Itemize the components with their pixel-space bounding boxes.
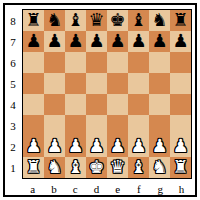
square-g1[interactable]: ♞ — [149, 157, 170, 178]
white-king-piece: ♚ — [88, 157, 104, 177]
square-e2[interactable]: ♟ — [107, 136, 128, 157]
rank-label-1: 1 — [5, 157, 21, 178]
white-pawn-piece: ♟ — [172, 136, 188, 156]
square-h6[interactable] — [170, 52, 191, 73]
file-labels: a b c d e f g h — [22, 181, 192, 196]
square-h5[interactable] — [170, 73, 191, 94]
square-a2[interactable]: ♟ — [23, 136, 44, 157]
black-pawn-piece: ♟ — [109, 31, 125, 51]
square-c6[interactable] — [65, 52, 86, 73]
white-knight-piece: ♞ — [46, 157, 62, 177]
board: ♜♞♝♛♚♝♞♜♟♟♟♟♟♟♟♟♟♟♟♟♟♟♟♟♜♞♝♚♛♝♞♜ — [22, 9, 192, 179]
square-e8[interactable]: ♚ — [107, 10, 128, 31]
rank-label-4: 4 — [5, 94, 21, 115]
black-pawn-piece: ♟ — [46, 31, 62, 51]
rank-label-8: 8 — [5, 10, 21, 31]
white-pawn-piece: ♟ — [109, 136, 125, 156]
square-g7[interactable]: ♟ — [149, 31, 170, 52]
square-b3[interactable] — [44, 115, 65, 136]
square-a3[interactable] — [23, 115, 44, 136]
file-label-f: f — [128, 181, 149, 196]
square-a7[interactable]: ♟ — [23, 31, 44, 52]
square-a6[interactable] — [23, 52, 44, 73]
white-pawn-piece: ♟ — [67, 136, 83, 156]
white-queen-piece: ♛ — [109, 157, 125, 177]
square-g5[interactable] — [149, 73, 170, 94]
square-d5[interactable] — [86, 73, 107, 94]
rank-label-6: 6 — [5, 52, 21, 73]
square-c4[interactable] — [65, 94, 86, 115]
square-f7[interactable]: ♟ — [128, 31, 149, 52]
black-rook-piece: ♜ — [172, 10, 188, 30]
square-f1[interactable]: ♝ — [128, 157, 149, 178]
square-a1[interactable]: ♜ — [23, 157, 44, 178]
square-a5[interactable] — [23, 73, 44, 94]
file-label-h: h — [171, 181, 192, 196]
black-queen-piece: ♛ — [88, 10, 104, 30]
file-label-d: d — [86, 181, 107, 196]
white-bishop-piece: ♝ — [67, 157, 83, 177]
square-h1[interactable]: ♜ — [170, 157, 191, 178]
square-c1[interactable]: ♝ — [65, 157, 86, 178]
square-e3[interactable] — [107, 115, 128, 136]
square-b1[interactable]: ♞ — [44, 157, 65, 178]
black-pawn-piece: ♟ — [151, 31, 167, 51]
square-b8[interactable]: ♞ — [44, 10, 65, 31]
rank-label-2: 2 — [5, 136, 21, 157]
square-h7[interactable]: ♟ — [170, 31, 191, 52]
square-d1[interactable]: ♚ — [86, 157, 107, 178]
square-e1[interactable]: ♛ — [107, 157, 128, 178]
square-b6[interactable] — [44, 52, 65, 73]
black-pawn-piece: ♟ — [25, 31, 41, 51]
square-c7[interactable]: ♟ — [65, 31, 86, 52]
white-rook-piece: ♜ — [25, 157, 41, 177]
square-g6[interactable] — [149, 52, 170, 73]
white-rook-piece: ♜ — [172, 157, 188, 177]
black-king-piece: ♚ — [109, 10, 125, 30]
square-h4[interactable] — [170, 94, 191, 115]
square-g8[interactable]: ♞ — [149, 10, 170, 31]
square-b5[interactable] — [44, 73, 65, 94]
white-pawn-piece: ♟ — [46, 136, 62, 156]
rank-labels: 8 7 6 5 4 3 2 1 — [5, 10, 21, 178]
black-pawn-piece: ♟ — [130, 31, 146, 51]
white-bishop-piece: ♝ — [130, 157, 146, 177]
black-pawn-piece: ♟ — [67, 31, 83, 51]
square-f4[interactable] — [128, 94, 149, 115]
square-d8[interactable]: ♛ — [86, 10, 107, 31]
white-knight-piece: ♞ — [151, 157, 167, 177]
square-b2[interactable]: ♟ — [44, 136, 65, 157]
square-f2[interactable]: ♟ — [128, 136, 149, 157]
square-c5[interactable] — [65, 73, 86, 94]
square-d4[interactable] — [86, 94, 107, 115]
black-bishop-piece: ♝ — [67, 10, 83, 30]
square-e5[interactable] — [107, 73, 128, 94]
file-label-a: a — [22, 181, 43, 196]
black-knight-piece: ♞ — [46, 10, 62, 30]
square-e6[interactable] — [107, 52, 128, 73]
square-a4[interactable] — [23, 94, 44, 115]
black-knight-piece: ♞ — [151, 10, 167, 30]
white-pawn-piece: ♟ — [88, 136, 104, 156]
square-f8[interactable]: ♝ — [128, 10, 149, 31]
square-d3[interactable] — [86, 115, 107, 136]
rank-label-5: 5 — [5, 73, 21, 94]
black-pawn-piece: ♟ — [172, 31, 188, 51]
square-h8[interactable]: ♜ — [170, 10, 191, 31]
black-bishop-piece: ♝ — [130, 10, 146, 30]
square-c3[interactable] — [65, 115, 86, 136]
square-b7[interactable]: ♟ — [44, 31, 65, 52]
square-f6[interactable] — [128, 52, 149, 73]
square-c2[interactable]: ♟ — [65, 136, 86, 157]
white-pawn-piece: ♟ — [130, 136, 146, 156]
file-label-g: g — [150, 181, 171, 196]
black-rook-piece: ♜ — [25, 10, 41, 30]
square-d2[interactable]: ♟ — [86, 136, 107, 157]
square-h2[interactable]: ♟ — [170, 136, 191, 157]
file-label-c: c — [65, 181, 86, 196]
rank-label-7: 7 — [5, 31, 21, 52]
square-e7[interactable]: ♟ — [107, 31, 128, 52]
white-pawn-piece: ♟ — [151, 136, 167, 156]
square-e4[interactable] — [107, 94, 128, 115]
square-g2[interactable]: ♟ — [149, 136, 170, 157]
file-label-b: b — [43, 181, 64, 196]
square-d6[interactable] — [86, 52, 107, 73]
square-c8[interactable]: ♝ — [65, 10, 86, 31]
black-pawn-piece: ♟ — [88, 31, 104, 51]
square-a8[interactable]: ♜ — [23, 10, 44, 31]
square-g3[interactable] — [149, 115, 170, 136]
file-label-e: e — [107, 181, 128, 196]
square-h3[interactable] — [170, 115, 191, 136]
square-g4[interactable] — [149, 94, 170, 115]
square-f5[interactable] — [128, 73, 149, 94]
square-d7[interactable]: ♟ — [86, 31, 107, 52]
square-f3[interactable] — [128, 115, 149, 136]
diagram-frame: 8 7 6 5 4 3 2 1 ♜♞♝♛♚♝♞♜♟♟♟♟♟♟♟♟♟♟♟♟♟♟♟♟… — [3, 3, 197, 197]
rank-label-3: 3 — [5, 115, 21, 136]
white-pawn-piece: ♟ — [25, 136, 41, 156]
square-b4[interactable] — [44, 94, 65, 115]
